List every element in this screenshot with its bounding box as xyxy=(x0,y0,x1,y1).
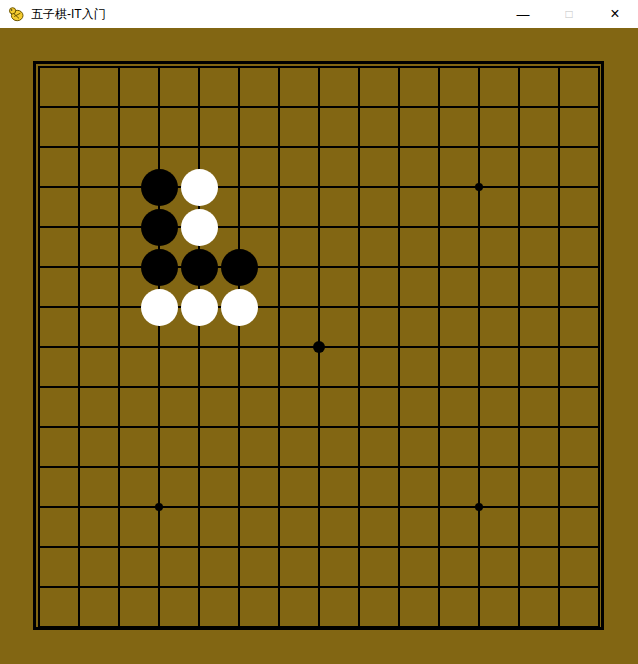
grid-line-horizontal xyxy=(38,506,600,508)
grid-line-vertical xyxy=(358,66,360,628)
white-stone xyxy=(141,289,178,326)
grid-line-horizontal xyxy=(38,546,600,548)
black-stone xyxy=(181,249,218,286)
grid-line-vertical xyxy=(558,66,560,628)
window-title: 五子棋-IT入门 xyxy=(31,6,106,23)
grid-line-horizontal xyxy=(38,426,600,428)
black-stone xyxy=(141,209,178,246)
grid-line-vertical xyxy=(478,66,480,628)
grid-line-vertical xyxy=(398,66,400,628)
white-stone xyxy=(181,209,218,246)
grid-line-vertical xyxy=(598,66,600,628)
app-window: 五子棋-IT入门 — □ × xyxy=(0,0,638,664)
star-point xyxy=(475,503,483,511)
titlebar: 五子棋-IT入门 — □ × xyxy=(0,0,638,28)
grid-line-horizontal xyxy=(38,586,600,588)
minimize-button[interactable]: — xyxy=(500,0,546,28)
black-stone xyxy=(141,249,178,286)
star-point xyxy=(475,183,483,191)
turtle-app-icon xyxy=(8,6,24,22)
grid-line-vertical xyxy=(518,66,520,628)
black-stone xyxy=(221,249,258,286)
close-button[interactable]: × xyxy=(592,0,638,28)
grid-line-horizontal xyxy=(38,626,600,628)
white-stone xyxy=(181,169,218,206)
grid-line-horizontal xyxy=(38,386,600,388)
maximize-icon: □ xyxy=(565,7,572,21)
close-icon: × xyxy=(610,5,619,23)
white-stone xyxy=(221,289,258,326)
black-stone xyxy=(141,169,178,206)
star-point xyxy=(313,341,325,353)
minimize-icon: — xyxy=(517,7,530,22)
grid-line-horizontal xyxy=(38,466,600,468)
maximize-button[interactable]: □ xyxy=(546,0,592,28)
grid-line-vertical xyxy=(438,66,440,628)
star-point xyxy=(155,503,163,511)
white-stone xyxy=(181,289,218,326)
board-canvas[interactable] xyxy=(0,28,638,664)
